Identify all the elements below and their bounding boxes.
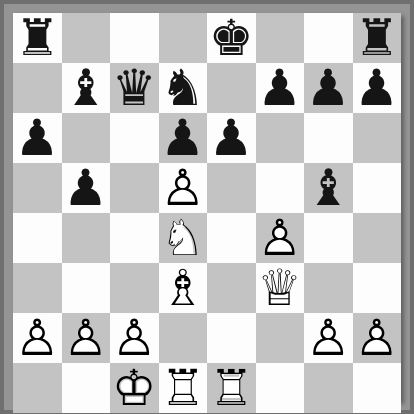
white-king: ♚♔ <box>112 363 157 413</box>
square-e1[interactable]: ♜♖ <box>207 363 256 413</box>
square-h6[interactable] <box>353 113 402 163</box>
square-f7[interactable]: ♟ <box>256 63 305 113</box>
square-h5[interactable] <box>353 163 402 213</box>
square-h3[interactable] <box>353 263 402 313</box>
white-pawn: ♟♙ <box>112 313 157 363</box>
square-b5[interactable]: ♟ <box>62 163 111 213</box>
square-d3[interactable]: ♝♗ <box>159 263 208 313</box>
square-h8[interactable]: ♜ <box>353 13 402 63</box>
black-bishop: ♝ <box>306 163 351 213</box>
square-c4[interactable] <box>110 213 159 263</box>
square-d7[interactable]: ♞ <box>159 63 208 113</box>
white-pawn: ♟♙ <box>15 313 60 363</box>
black-pawn: ♟ <box>257 63 302 113</box>
square-a3[interactable] <box>13 263 62 313</box>
square-f4[interactable]: ♟♙ <box>256 213 305 263</box>
black-knight: ♞ <box>160 63 205 113</box>
square-b6[interactable] <box>62 113 111 163</box>
square-d4[interactable]: ♞♘ <box>159 213 208 263</box>
square-f5[interactable] <box>256 163 305 213</box>
square-g7[interactable]: ♟ <box>304 63 353 113</box>
square-a6[interactable]: ♟ <box>13 113 62 163</box>
white-pawn: ♟♙ <box>63 313 108 363</box>
square-c6[interactable] <box>110 113 159 163</box>
white-pawn: ♟♙ <box>306 313 351 363</box>
square-h1[interactable] <box>353 363 402 413</box>
square-d8[interactable] <box>159 13 208 63</box>
square-e6[interactable]: ♟ <box>207 113 256 163</box>
square-b3[interactable] <box>62 263 111 313</box>
black-king: ♚ <box>209 13 254 63</box>
white-queen: ♛♕ <box>257 263 302 313</box>
square-a7[interactable] <box>13 63 62 113</box>
square-g1[interactable] <box>304 363 353 413</box>
square-d1[interactable]: ♜♖ <box>159 363 208 413</box>
black-pawn: ♟ <box>160 113 205 163</box>
square-b1[interactable] <box>62 363 111 413</box>
square-d5[interactable]: ♟♙ <box>159 163 208 213</box>
square-f2[interactable] <box>256 313 305 363</box>
square-g6[interactable] <box>304 113 353 163</box>
square-d6[interactable]: ♟ <box>159 113 208 163</box>
board-frame: ♜♚♜♝♛♞♟♟♟♟♟♟♟♟♙♝♞♘♟♙♝♗♛♕♟♙♟♙♟♙♟♙♟♙♚♔♜♖♜♖ <box>0 0 414 414</box>
white-pawn: ♟♙ <box>354 313 399 363</box>
square-g3[interactable] <box>304 263 353 313</box>
square-e5[interactable] <box>207 163 256 213</box>
square-b2[interactable]: ♟♙ <box>62 313 111 363</box>
square-h2[interactable]: ♟♙ <box>353 313 402 363</box>
square-c2[interactable]: ♟♙ <box>110 313 159 363</box>
square-c8[interactable] <box>110 13 159 63</box>
black-bishop: ♝ <box>63 63 108 113</box>
black-pawn: ♟ <box>354 63 399 113</box>
black-pawn: ♟ <box>306 63 351 113</box>
square-d2[interactable] <box>159 313 208 363</box>
black-rook: ♜ <box>15 13 60 63</box>
square-g5[interactable]: ♝ <box>304 163 353 213</box>
white-rook: ♜♖ <box>209 363 254 413</box>
square-b8[interactable] <box>62 13 111 63</box>
square-a8[interactable]: ♜ <box>13 13 62 63</box>
black-pawn: ♟ <box>15 113 60 163</box>
square-f3[interactable]: ♛♕ <box>256 263 305 313</box>
square-h7[interactable]: ♟ <box>353 63 402 113</box>
square-c7[interactable]: ♛ <box>110 63 159 113</box>
square-b4[interactable] <box>62 213 111 263</box>
square-a5[interactable] <box>13 163 62 213</box>
square-f1[interactable] <box>256 363 305 413</box>
square-g8[interactable] <box>304 13 353 63</box>
square-a1[interactable] <box>13 363 62 413</box>
white-pawn: ♟♙ <box>160 163 205 213</box>
square-f8[interactable] <box>256 13 305 63</box>
white-bishop: ♝♗ <box>160 263 205 313</box>
square-g4[interactable] <box>304 213 353 263</box>
square-e3[interactable] <box>207 263 256 313</box>
square-c1[interactable]: ♚♔ <box>110 363 159 413</box>
square-e4[interactable] <box>207 213 256 263</box>
square-e7[interactable] <box>207 63 256 113</box>
white-rook: ♜♖ <box>160 363 205 413</box>
square-b7[interactable]: ♝ <box>62 63 111 113</box>
black-queen: ♛ <box>112 63 157 113</box>
white-pawn: ♟♙ <box>257 213 302 263</box>
square-c3[interactable] <box>110 263 159 313</box>
white-knight: ♞♘ <box>160 213 205 263</box>
square-a2[interactable]: ♟♙ <box>13 313 62 363</box>
square-e8[interactable]: ♚ <box>207 13 256 63</box>
square-a4[interactable] <box>13 213 62 263</box>
square-e2[interactable] <box>207 313 256 363</box>
square-g2[interactable]: ♟♙ <box>304 313 353 363</box>
black-pawn: ♟ <box>63 163 108 213</box>
black-pawn: ♟ <box>209 113 254 163</box>
chess-board: ♜♚♜♝♛♞♟♟♟♟♟♟♟♟♙♝♞♘♟♙♝♗♛♕♟♙♟♙♟♙♟♙♟♙♚♔♜♖♜♖ <box>13 13 401 401</box>
square-c5[interactable] <box>110 163 159 213</box>
black-rook: ♜ <box>354 13 399 63</box>
square-h4[interactable] <box>353 213 402 263</box>
square-f6[interactable] <box>256 113 305 163</box>
